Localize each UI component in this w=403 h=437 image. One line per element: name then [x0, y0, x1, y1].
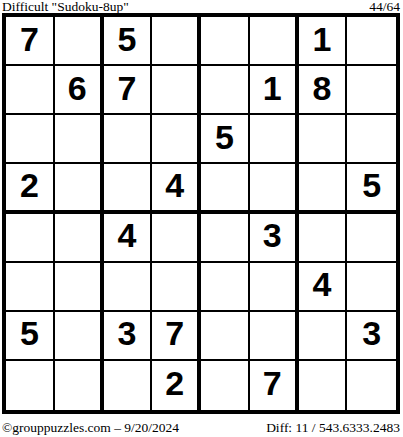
cell-r8c1[interactable]: [6, 361, 55, 410]
cell-r4c3[interactable]: [104, 164, 153, 213]
cell-r8c2[interactable]: [55, 361, 104, 410]
cell-r2c7[interactable]: 8: [299, 66, 348, 115]
cell-r3c5[interactable]: 5: [201, 115, 250, 164]
cell-r6c3[interactable]: [104, 263, 153, 312]
cell-r8c7[interactable]: [299, 361, 348, 410]
cell-r4c2[interactable]: [55, 164, 104, 213]
cell-r6c2[interactable]: [55, 263, 104, 312]
cell-r2c2[interactable]: 6: [55, 66, 104, 115]
cell-r3c6[interactable]: [250, 115, 299, 164]
cell-r4c4[interactable]: 4: [152, 164, 201, 213]
cell-r7c1[interactable]: 5: [6, 312, 55, 361]
cell-r6c8[interactable]: [347, 263, 396, 312]
cell-r5c6[interactable]: 3: [250, 214, 299, 263]
cell-r1c8[interactable]: [347, 17, 396, 66]
cell-r8c4[interactable]: 2: [152, 361, 201, 410]
cell-r2c6[interactable]: 1: [250, 66, 299, 115]
cell-r2c3[interactable]: 7: [104, 66, 153, 115]
cell-r1c1[interactable]: 7: [6, 17, 55, 66]
cell-r7c4[interactable]: 7: [152, 312, 201, 361]
cell-r5c3[interactable]: 4: [104, 214, 153, 263]
cell-r7c3[interactable]: 3: [104, 312, 153, 361]
cell-r7c5[interactable]: [201, 312, 250, 361]
sudoku-page: Difficult "Sudoku-8up" 44/64 75167185245…: [0, 0, 403, 437]
cell-r3c7[interactable]: [299, 115, 348, 164]
cell-r3c2[interactable]: [55, 115, 104, 164]
cell-r2c4[interactable]: [152, 66, 201, 115]
cell-r6c1[interactable]: [6, 263, 55, 312]
cell-r2c8[interactable]: [347, 66, 396, 115]
cell-r1c2[interactable]: [55, 17, 104, 66]
cell-r2c5[interactable]: [201, 66, 250, 115]
cell-r6c5[interactable]: [201, 263, 250, 312]
sudoku-board: 75167185245434537327: [2, 13, 400, 414]
cell-r5c8[interactable]: [347, 214, 396, 263]
page-header: Difficult "Sudoku-8up" 44/64: [2, 0, 400, 13]
cell-r4c1[interactable]: 2: [6, 164, 55, 213]
cell-r1c5[interactable]: [201, 17, 250, 66]
cell-r4c8[interactable]: 5: [347, 164, 396, 213]
puzzle-title: Difficult "Sudoku-8up": [2, 0, 129, 13]
cell-r1c6[interactable]: [250, 17, 299, 66]
cell-r3c1[interactable]: [6, 115, 55, 164]
cell-r5c2[interactable]: [55, 214, 104, 263]
cell-r8c8[interactable]: [347, 361, 396, 410]
cell-r5c7[interactable]: [299, 214, 348, 263]
cell-r1c4[interactable]: [152, 17, 201, 66]
cell-r8c5[interactable]: [201, 361, 250, 410]
cell-r8c6[interactable]: 7: [250, 361, 299, 410]
cell-r7c6[interactable]: [250, 312, 299, 361]
cell-r7c2[interactable]: [55, 312, 104, 361]
cell-r6c6[interactable]: [250, 263, 299, 312]
cell-r5c5[interactable]: [201, 214, 250, 263]
cell-r2c1[interactable]: [6, 66, 55, 115]
cell-r6c4[interactable]: [152, 263, 201, 312]
cell-r5c1[interactable]: [6, 214, 55, 263]
cell-r8c3[interactable]: [104, 361, 153, 410]
copyright-text: ©grouppuzzles.com – 9/20/2024: [2, 420, 179, 436]
cell-r5c4[interactable]: [152, 214, 201, 263]
difficulty-text: Diff: 11 / 543.6333.2483: [266, 420, 400, 436]
cell-r4c5[interactable]: [201, 164, 250, 213]
cell-r7c7[interactable]: [299, 312, 348, 361]
cell-r6c7[interactable]: 4: [299, 263, 348, 312]
page-footer: ©grouppuzzles.com – 9/20/2024 Diff: 11 /…: [2, 418, 400, 436]
cell-r1c3[interactable]: 5: [104, 17, 153, 66]
cell-counter: 44/64: [369, 0, 400, 13]
cell-r3c8[interactable]: [347, 115, 396, 164]
cell-r4c6[interactable]: [250, 164, 299, 213]
cell-r4c7[interactable]: [299, 164, 348, 213]
cell-r3c3[interactable]: [104, 115, 153, 164]
cell-r3c4[interactable]: [152, 115, 201, 164]
cell-r1c7[interactable]: 1: [299, 17, 348, 66]
cell-r7c8[interactable]: 3: [347, 312, 396, 361]
